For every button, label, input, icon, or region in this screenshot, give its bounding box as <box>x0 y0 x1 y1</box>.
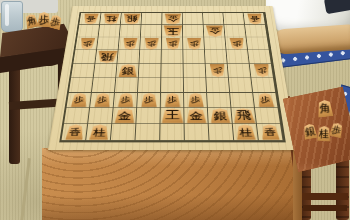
square-7e: 銀 <box>116 64 139 78</box>
square-8g: 歩 <box>90 93 115 108</box>
square-4f <box>184 78 207 93</box>
piece-black-pawn: 歩 <box>94 93 112 107</box>
square-3g <box>207 93 231 108</box>
square-5g: 歩 <box>161 93 185 108</box>
piece-white-rook: 飛 <box>96 51 117 63</box>
piece-black-king: 王 <box>161 108 184 123</box>
piece-black-lance: 香 <box>260 124 280 139</box>
square-5h: 王 <box>160 108 184 124</box>
square-9a: 香 <box>79 13 101 25</box>
square-1e: 歩 <box>250 64 274 78</box>
square-5a: 金 <box>162 13 183 25</box>
square-9h <box>64 108 90 124</box>
square-5f <box>161 78 184 93</box>
piece-black-pawn: 歩 <box>187 93 204 107</box>
square-7d <box>117 50 140 63</box>
square-5d <box>161 50 183 63</box>
square-1i: 香 <box>257 124 284 141</box>
piece-white-pawn: 歩 <box>186 38 201 50</box>
square-7i <box>111 124 137 141</box>
piece-white-gold: 金 <box>164 13 182 24</box>
square-5e <box>161 64 184 78</box>
piece-black-knight: 桂 <box>89 124 110 139</box>
piece-white-gold: 金 <box>205 25 224 36</box>
board-front-face <box>42 148 300 220</box>
square-6h <box>136 108 160 124</box>
square-9i: 香 <box>61 124 88 141</box>
piece-white-lance: 香 <box>246 13 263 24</box>
square-2h: 飛 <box>231 108 256 124</box>
square-7g: 歩 <box>114 93 138 108</box>
square-9g: 歩 <box>66 93 91 108</box>
water-glass <box>1 1 23 32</box>
square-2i: 桂 <box>233 124 259 141</box>
right-stand-stretcher <box>303 205 347 211</box>
square-1f <box>251 78 276 93</box>
square-4g: 歩 <box>184 93 208 108</box>
square-6d <box>139 50 161 63</box>
square-3f <box>206 78 230 93</box>
square-6e <box>139 64 162 78</box>
square-4h: 金 <box>184 108 208 124</box>
piece-white-pawn: 歩 <box>209 64 225 77</box>
square-9d <box>73 50 97 63</box>
square-2b <box>224 25 246 37</box>
piece-black-pawn: 歩 <box>117 93 134 107</box>
square-8a: 桂 <box>100 13 122 25</box>
square-1d <box>248 50 272 63</box>
square-8e <box>94 64 118 78</box>
square-5b: 玉 <box>162 25 183 37</box>
piece-white-pawn: 歩 <box>165 38 180 50</box>
square-8b <box>98 25 120 37</box>
square-5i <box>160 124 185 141</box>
right-stand-stretcher <box>300 193 348 200</box>
square-1b <box>245 25 268 37</box>
square-3a <box>203 13 224 25</box>
square-7a: 銀 <box>121 13 142 25</box>
square-6f <box>138 78 161 93</box>
square-5c: 歩 <box>162 37 184 50</box>
piece-white-pawn: 歩 <box>122 38 138 50</box>
piece-white-pawn: 歩 <box>79 38 96 50</box>
square-9b <box>77 25 100 37</box>
square-8c <box>97 37 120 50</box>
square-3i <box>209 124 235 141</box>
piece-black-knight: 桂 <box>235 124 256 139</box>
square-4d <box>183 50 205 63</box>
piece-black-gold: 金 <box>186 108 207 123</box>
board-grid: 香桂銀金香玉金歩歩歩歩歩歩飛銀歩歩歩歩歩歩歩歩歩金王金銀飛香桂桂香 <box>59 12 286 142</box>
square-1a: 香 <box>244 13 266 25</box>
piece-black-pawn: 歩 <box>141 93 158 107</box>
piece-white-pawn: 歩 <box>143 38 158 50</box>
square-8h <box>88 108 113 124</box>
square-3b: 金 <box>204 25 226 37</box>
square-2a <box>223 13 245 25</box>
square-4b <box>183 25 204 37</box>
square-4e <box>184 64 207 78</box>
square-2d <box>226 50 249 63</box>
square-1g: 歩 <box>253 93 278 108</box>
piece-black-pawn: 歩 <box>70 93 88 107</box>
piece-white-lance: 香 <box>82 13 99 24</box>
piece-black-gold: 金 <box>114 108 136 123</box>
square-1h <box>255 108 281 124</box>
piece-black-rook: 飛 <box>232 108 255 123</box>
square-4c: 歩 <box>183 37 205 50</box>
square-7f <box>115 78 139 93</box>
square-2c: 歩 <box>225 37 248 50</box>
square-4i <box>185 124 210 141</box>
square-3c <box>204 37 226 50</box>
square-3d <box>205 50 228 63</box>
piece-black-pawn: 歩 <box>164 93 180 107</box>
wooden-stool <box>272 24 350 55</box>
square-7h: 金 <box>112 108 137 124</box>
square-9f <box>69 78 94 93</box>
square-1c <box>247 37 270 50</box>
square-2e <box>228 64 252 78</box>
square-9e <box>71 64 95 78</box>
left-stand-leg <box>9 58 20 164</box>
piece-white-pawn: 歩 <box>253 64 270 77</box>
shogi-game-photo: 香桂銀金香玉金歩歩歩歩歩歩飛銀歩歩歩歩歩歩歩歩歩金王金銀飛香桂桂香 角歩歩角銀桂… <box>0 0 350 220</box>
piece-white-pawn: 歩 <box>229 38 245 50</box>
board-wood-surface: 香桂銀金香玉金歩歩歩歩歩歩飛銀歩歩歩歩歩歩歩歩歩金王金銀飛香桂桂香 <box>48 6 297 150</box>
square-8d: 飛 <box>95 50 118 63</box>
square-3h: 銀 <box>208 108 233 124</box>
square-8f <box>92 78 116 93</box>
piece-black-lance: 香 <box>65 124 85 139</box>
square-6b <box>141 25 162 37</box>
piece-black-silver: 銀 <box>118 64 138 77</box>
square-4a <box>183 13 204 25</box>
square-7c: 歩 <box>119 37 141 50</box>
square-6a <box>141 13 162 25</box>
square-8i: 桂 <box>86 124 112 141</box>
square-6g: 歩 <box>137 93 161 108</box>
square-6c: 歩 <box>140 37 162 50</box>
piece-white-silver: 銀 <box>122 13 140 24</box>
square-7b <box>120 25 142 37</box>
square-2f <box>229 78 253 93</box>
square-3e: 歩 <box>206 64 229 78</box>
piece-black-pawn: 歩 <box>257 93 275 107</box>
square-6i <box>135 124 160 141</box>
piece-white-king: 玉 <box>162 25 182 36</box>
piece-white-knight: 桂 <box>102 13 120 24</box>
square-2g <box>230 93 255 108</box>
shogi-board: 香桂銀金香玉金歩歩歩歩歩歩飛銀歩歩歩歩歩歩歩歩歩金王金銀飛香桂桂香 <box>48 6 297 150</box>
square-9c: 歩 <box>75 37 98 50</box>
piece-black-silver: 銀 <box>210 108 232 123</box>
